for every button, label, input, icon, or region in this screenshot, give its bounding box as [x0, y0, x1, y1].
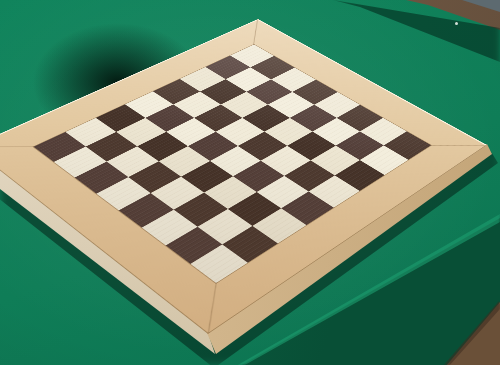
frame-mitre-joint: [208, 282, 217, 333]
dust-speck: [455, 22, 458, 25]
frame-mitre-joint: [0, 146, 35, 147]
chessboard-photo-scene: [0, 0, 500, 365]
frame-mitre-joint: [253, 19, 258, 45]
frame-mitre-joint: [431, 145, 487, 146]
